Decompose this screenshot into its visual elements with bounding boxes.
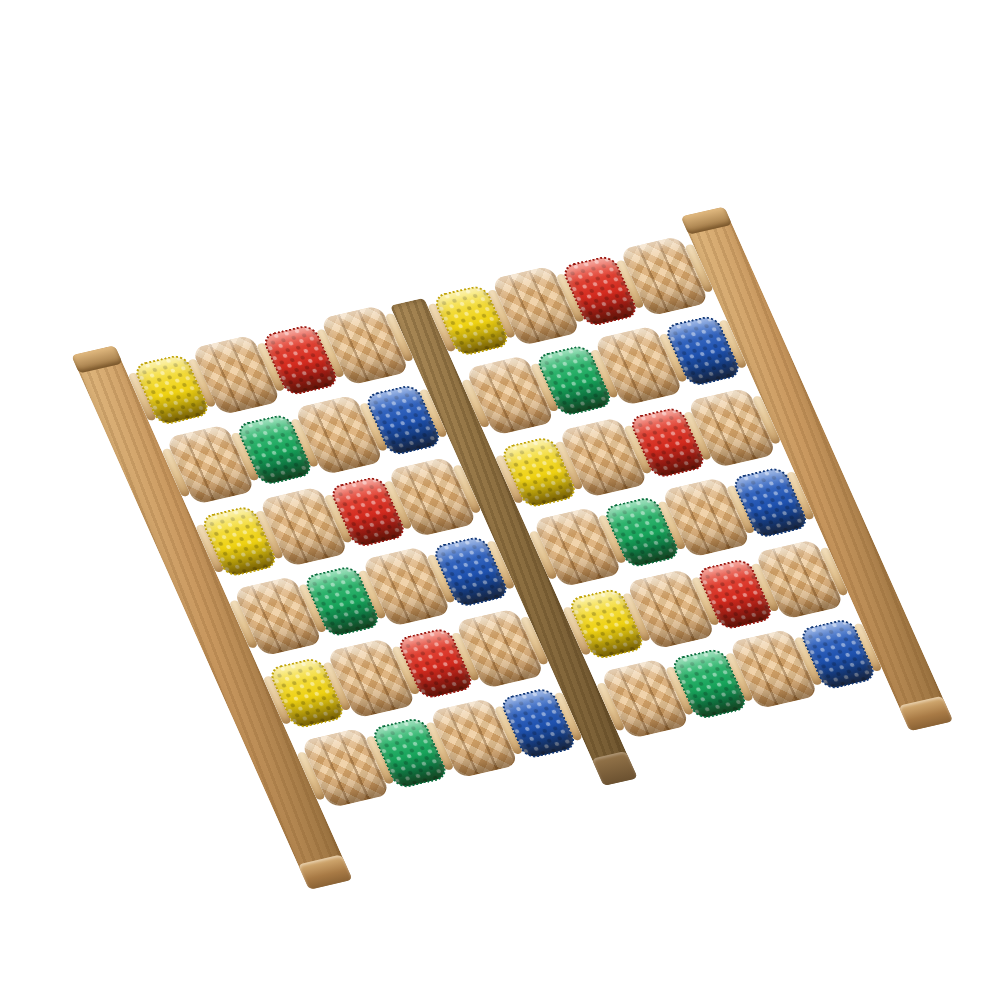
divider-gap — [572, 707, 606, 716]
foot-roller-board — [80, 220, 931, 825]
divider-gap — [403, 328, 437, 337]
product-photo-canvas — [0, 0, 1000, 1000]
divider-gap — [538, 631, 572, 640]
divider-gap — [505, 556, 539, 565]
divider-gap — [437, 404, 471, 413]
divider-gap — [471, 480, 505, 489]
